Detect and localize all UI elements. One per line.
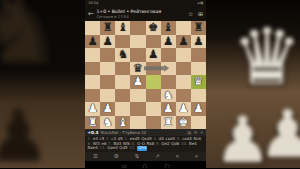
white-pawn-d4: ♟ xyxy=(133,76,143,88)
white-pawn-b2: ♟ xyxy=(103,103,113,115)
analysis-board-icon[interactable]: ⊞ xyxy=(198,10,203,17)
move-Qh4[interactable]: Qh4 xyxy=(137,146,147,151)
square-h1[interactable] xyxy=(191,116,206,130)
back-icon[interactable]: ← xyxy=(88,10,94,18)
black-king-e8: ♚ xyxy=(148,22,158,34)
black-pawn-h7: ♟ xyxy=(193,35,203,47)
black-rook-h8: ♜ xyxy=(193,22,203,34)
square-f6[interactable] xyxy=(161,48,176,62)
analysis-icons: ▤ ⚙ ✕ xyxy=(187,130,203,135)
square-g6[interactable] xyxy=(176,48,191,62)
square-h4[interactable]: ♛ xyxy=(191,75,206,89)
black-pawn-e6: ♟ xyxy=(148,49,158,61)
black-bishop-c8: ♝ xyxy=(118,22,128,34)
square-d8[interactable] xyxy=(130,21,145,35)
status-icons: ▴▾▮ xyxy=(197,1,203,5)
list-icon[interactable]: ▤ xyxy=(187,130,191,135)
step-back-button[interactable]: « xyxy=(175,154,178,160)
android-recents-icon[interactable]: ▢ xyxy=(164,163,169,169)
square-d7[interactable] xyxy=(130,35,145,49)
square-f5[interactable] xyxy=(161,62,176,76)
square-a7[interactable]: ♟ xyxy=(85,35,100,49)
white-pawn-h2: ♟ xyxy=(193,103,203,115)
move-number: 12. xyxy=(129,146,135,151)
move-number: 11. xyxy=(99,146,105,151)
square-g4[interactable] xyxy=(176,75,191,89)
move-Qd5[interactable]: Qd5 xyxy=(119,146,127,151)
square-a4[interactable] xyxy=(85,75,100,89)
square-e4[interactable] xyxy=(146,75,161,89)
square-c1[interactable]: ♝ xyxy=(115,116,130,130)
square-h7[interactable]: ♟ xyxy=(191,35,206,49)
square-e3[interactable] xyxy=(146,89,161,103)
background-knight-icon: ♞ xyxy=(0,0,63,77)
move-number: 9. xyxy=(156,142,160,147)
settings-button[interactable]: ⚙ xyxy=(114,154,119,160)
phone-screen: 18:04 ▴▾▮ ← 1+0 • Bullet • Рейтинговая С… xyxy=(85,0,206,168)
white-pawn-f2: ♟ xyxy=(163,103,173,115)
square-d2[interactable] xyxy=(130,102,145,116)
white-knight-b1: ♞ xyxy=(103,116,113,128)
square-b1[interactable]: ♞ xyxy=(100,116,115,130)
android-nav-bar: ◁ ○ ▢ xyxy=(85,161,206,168)
white-rook-f1: ♜ xyxy=(163,116,173,128)
white-knight-f3: ♞ xyxy=(163,89,173,101)
move-Rb8[interactable]: Rb8 xyxy=(146,142,154,147)
square-f7[interactable]: ♟ xyxy=(161,35,176,49)
square-g7[interactable]: ♟ xyxy=(176,35,191,49)
square-b6[interactable] xyxy=(100,48,115,62)
status-time: 18:04 xyxy=(88,1,98,5)
square-e8[interactable]: ♚ xyxy=(146,21,161,35)
black-pawn-f7: ♟ xyxy=(163,35,173,47)
black-pawn-g7: ♟ xyxy=(178,35,188,47)
square-a1[interactable]: ♜ xyxy=(85,116,100,130)
square-d3[interactable] xyxy=(130,89,145,103)
square-e2[interactable] xyxy=(146,102,161,116)
menu-button[interactable]: ☰ xyxy=(93,154,98,160)
share-button[interactable]: ↗ xyxy=(155,154,160,160)
square-g1[interactable]: ♚ xyxy=(176,116,191,130)
background-pawn-icon: ♟ xyxy=(214,108,271,168)
black-pawn-a7: ♟ xyxy=(87,35,97,47)
square-a6[interactable] xyxy=(85,48,100,62)
square-c3[interactable] xyxy=(115,89,130,103)
move-Qd6[interactable]: Qd6 xyxy=(171,142,179,147)
black-knight-c6: ♞ xyxy=(118,49,128,61)
white-bishop-c1: ♝ xyxy=(118,116,128,128)
playback-controls: ☰⚙⇅↗«» xyxy=(85,152,206,161)
close-icon[interactable]: ✕ xyxy=(200,130,204,135)
white-rook-a1: ♜ xyxy=(87,116,97,128)
square-h2[interactable]: ♟ xyxy=(191,102,206,116)
blurred-background-left: ♞ ♟ xyxy=(0,0,85,168)
move-Be4[interactable]: Be4 xyxy=(189,142,197,147)
square-f1[interactable]: ♜ xyxy=(161,116,176,130)
square-g5[interactable] xyxy=(176,62,191,76)
background-pawn-icon: ♟ xyxy=(0,100,51,168)
square-d1[interactable] xyxy=(130,116,145,130)
white-pawn-a2: ♟ xyxy=(87,103,97,115)
gear-icon[interactable]: ⚙ xyxy=(194,130,198,135)
move-Nxe4[interactable]: Nxe4 xyxy=(88,146,98,151)
square-h6[interactable] xyxy=(191,48,206,62)
square-d4[interactable]: ♟ xyxy=(130,75,145,89)
android-home-icon[interactable]: ○ xyxy=(143,163,148,169)
move-list[interactable]: 1.e4c52.c3d53.exd5Qxd54.d4cxd45.cxd4Nc66… xyxy=(85,136,206,152)
square-e6[interactable]: ♟ xyxy=(146,48,161,62)
game-date: Сегодня в 17:04 xyxy=(96,14,183,19)
background-pawn-icon: ♟ xyxy=(258,102,300,168)
square-b7[interactable]: ♟ xyxy=(100,35,115,49)
black-queen-d5: ♛ xyxy=(133,62,143,74)
game-titles: 1+0 • Bullet • Рейтинговая Сегодня в 17:… xyxy=(96,9,183,19)
square-c8[interactable]: ♝ xyxy=(115,21,130,35)
star-icon[interactable]: ☆ xyxy=(188,10,193,17)
engine-analysis-bar: +0.3 Stockfish · Глубина 22 ▤ ⚙ ✕ xyxy=(85,129,206,136)
square-e1[interactable] xyxy=(146,116,161,130)
square-c6[interactable]: ♞ xyxy=(115,48,130,62)
engine-eval: +0.3 xyxy=(88,130,99,135)
android-back-icon[interactable]: ◁ xyxy=(121,163,125,169)
white-queen-h4: ♛ xyxy=(193,76,203,88)
step-forward-button[interactable]: » xyxy=(195,154,198,160)
black-rook-b8: ♜ xyxy=(103,22,113,34)
move-number: 10. xyxy=(181,142,187,147)
chess-board[interactable]: ♜♝♚♝♜♟♟♟♟♟♞♟♛♟♛♞♟♟♟♟♟♜♞♝♜♚ xyxy=(85,21,206,129)
square-c4[interactable] xyxy=(115,75,130,89)
black-pawn-b7: ♟ xyxy=(103,35,113,47)
engine-line: Stockfish · Глубина 22 xyxy=(100,130,146,135)
background-queen-icon: ♛ xyxy=(232,18,300,96)
square-e5[interactable] xyxy=(146,62,161,76)
black-bishop-f8: ♝ xyxy=(163,22,173,34)
screenshot: ♞ ♟ ♛ ♟ ♟ 18:04 ▴▾▮ ← 1+0 • Bullet • Рей… xyxy=(0,0,300,168)
square-c5[interactable] xyxy=(115,62,130,76)
square-a5[interactable] xyxy=(85,62,100,76)
move-Qe2[interactable]: Qe2 xyxy=(161,142,169,147)
square-b5[interactable] xyxy=(100,62,115,76)
white-king-g1: ♚ xyxy=(178,116,188,128)
move-Qxe4[interactable]: Qxe4 xyxy=(107,146,117,151)
square-b4[interactable] xyxy=(100,75,115,89)
white-pawn-g2: ♟ xyxy=(178,103,188,115)
blurred-background-right: ♛ ♟ ♟ xyxy=(206,0,300,168)
flip-board-button[interactable]: ⇅ xyxy=(134,154,139,160)
